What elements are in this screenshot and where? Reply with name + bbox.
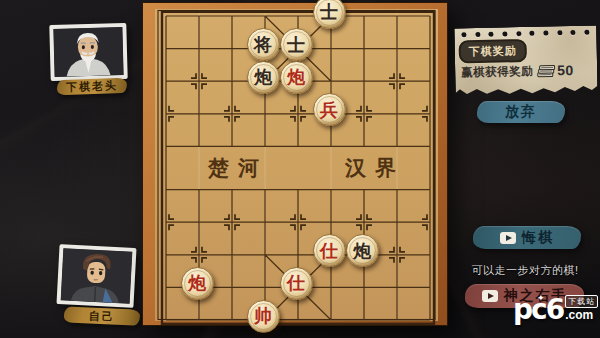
pc6-watermark: pc6 ✦ 下载站 .com — [513, 295, 598, 322]
piece-black-士[interactable]: 士 — [313, 0, 346, 29]
reward-title-badge: 下棋奖励 — [459, 39, 527, 63]
self-name-banner: 自己 — [64, 306, 141, 325]
self-name: 自己 — [89, 308, 116, 324]
self-avatar — [56, 244, 136, 308]
piece-black-将[interactable]: 将 — [247, 28, 280, 61]
piece-red-兵[interactable]: 兵 — [313, 93, 346, 126]
reward-line: 赢棋获得奖励 50 — [461, 62, 574, 80]
perforation-holes — [461, 30, 589, 38]
reward-amount: 50 — [557, 62, 574, 78]
give-up-label: 放弃 — [505, 103, 537, 121]
god-hand-tip: 可以走一步对方的棋! — [450, 263, 600, 278]
piece-layer: 士将士炮炮兵仕炮炮仕帅 — [142, 2, 448, 326]
piece-red-仕[interactable]: 仕 — [313, 234, 346, 267]
undo-move-button[interactable]: 悔棋 — [473, 226, 581, 249]
star-icon: ✦ — [537, 293, 545, 303]
piece-red-帅[interactable]: 帅 — [247, 300, 280, 333]
piece-red-炮[interactable]: 炮 — [181, 267, 214, 300]
piece-red-仕[interactable]: 仕 — [280, 267, 313, 300]
give-up-button[interactable]: 放弃 — [477, 101, 565, 123]
piece-black-炮[interactable]: 炮 — [247, 61, 280, 94]
reward-title: 下棋奖励 — [469, 44, 517, 57]
opponent-name: 下棋老头 — [66, 78, 118, 95]
xiangqi-board[interactable]: 楚河 汉界 士将士炮炮兵仕炮炮仕帅 — [142, 2, 448, 326]
video-play-icon — [500, 232, 516, 244]
self-portrait — [61, 248, 133, 304]
game-screen: 下棋老头 自己 — [0, 0, 600, 338]
opponent-portrait — [53, 27, 123, 77]
reward-note: 下棋奖励 赢棋获得奖励 50 — [454, 26, 597, 99]
piece-red-炮[interactable]: 炮 — [280, 61, 313, 94]
banknote-stack-icon — [536, 63, 556, 78]
reward-line-text: 赢棋获得奖励 — [461, 63, 533, 80]
piece-black-炮[interactable]: 炮 — [346, 234, 379, 267]
pc6-com: .com — [565, 308, 593, 322]
undo-label: 悔棋 — [522, 229, 554, 247]
opponent-name-banner: 下棋老头 — [57, 78, 127, 95]
opponent-avatar — [49, 23, 127, 81]
download-site-tag: 下载站 — [565, 295, 598, 308]
video-play-icon — [482, 290, 498, 302]
piece-black-士[interactable]: 士 — [280, 28, 313, 61]
